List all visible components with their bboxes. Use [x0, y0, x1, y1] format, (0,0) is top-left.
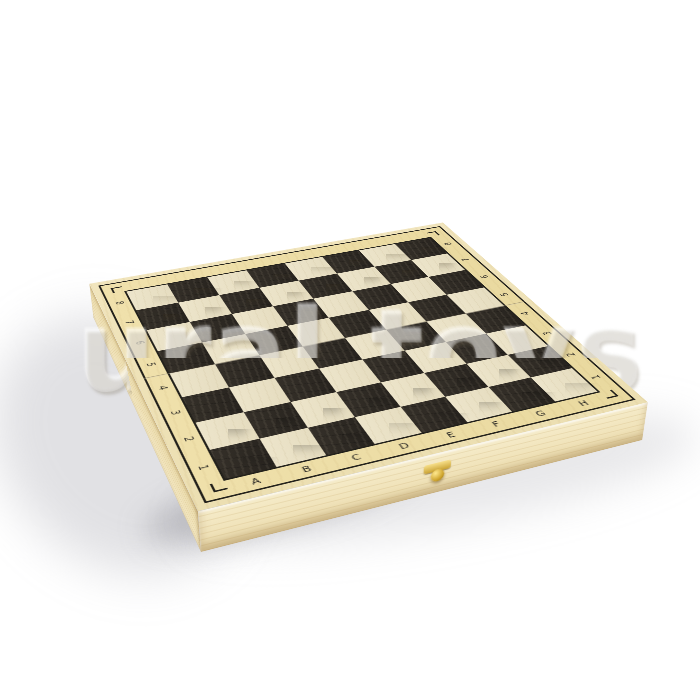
file-label-a: A [226, 468, 286, 494]
file-label-f: F [468, 413, 524, 436]
file-label-h: H [556, 393, 611, 415]
corner-mark [210, 481, 228, 493]
board-3d: 8765432187654321ABCDEFGH ural.toys ♜♞♝♛●… [89, 222, 648, 511]
file-label-b: B [277, 457, 336, 483]
file-label-d: D [376, 434, 433, 458]
rank-label-left-4: 4 [146, 374, 180, 403]
product-photo: 8765432187654321ABCDEFGH ural.toys ♜♞♝♛●… [0, 0, 700, 700]
clasp-latch [422, 459, 452, 485]
rank-label-left-3: 3 [158, 398, 194, 428]
scene: 8765432187654321ABCDEFGH ural.toys ♜♞♝♛●… [0, 0, 700, 700]
file-label-c: C [327, 445, 385, 470]
file-label-e: E [423, 423, 480, 447]
file-label-g: G [513, 403, 568, 425]
corner-mark [600, 390, 618, 399]
